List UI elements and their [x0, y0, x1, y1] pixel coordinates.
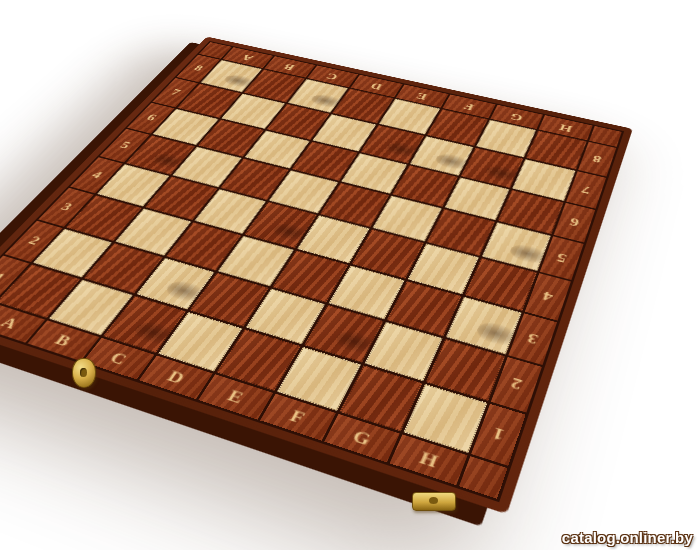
- file-label-top-a-text: A: [240, 53, 256, 63]
- chess-board: ABCDEFGH8♟♜87♞♟♜7665♚♛54♞43♟32♝♚21♛1ABCD…: [0, 37, 633, 515]
- rank-label-right-5: 5: [540, 237, 584, 280]
- rank-label-left-2-text: 2: [24, 234, 43, 249]
- rank-label-right-4-text: 4: [541, 288, 555, 304]
- rank-label-right-4: 4: [525, 273, 571, 320]
- rank-label-right-2-text: 2: [509, 374, 525, 394]
- rank-label-left-5-text: 5: [117, 140, 133, 152]
- photo-scene: ABCDEFGH8♟♜87♞♟♜7665♚♛54♞43♟32♝♚21♛1ABCD…: [0, 0, 698, 550]
- rank-label-right-8-text: 8: [592, 153, 604, 165]
- rank-label-right-1-text: 1: [490, 423, 507, 445]
- file-label-bottom-g: G: [324, 414, 400, 463]
- rank-label-right-6: 6: [554, 203, 596, 243]
- file-label-bottom-d: D: [139, 356, 213, 399]
- rank-label-left-1-text: 1: [0, 270, 9, 286]
- rank-label-right-3-text: 3: [526, 329, 541, 347]
- file-label-top-h-text: H: [558, 122, 574, 134]
- file-label-bottom-f-text: F: [287, 406, 309, 428]
- rank-label-left-4-text: 4: [88, 169, 105, 182]
- board-frame: ABCDEFGH8♟♜87♞♟♜7665♚♛54♞43♟32♝♚21♛1ABCD…: [0, 37, 633, 515]
- brass-clasp-icon: [72, 358, 96, 388]
- file-label-top-b-text: B: [282, 62, 297, 72]
- rank-label-left-6-text: 6: [143, 112, 159, 123]
- file-label-bottom-b-text: B: [51, 331, 75, 350]
- file-label-bottom-a-text: A: [0, 313, 22, 332]
- rank-label-right-7-text: 7: [580, 183, 592, 196]
- file-label-top-e-text: E: [415, 90, 430, 101]
- file-label-bottom-c-text: C: [106, 348, 131, 368]
- brass-hinge-icon: [412, 492, 456, 511]
- file-label-bottom-g-text: G: [350, 426, 375, 450]
- rank-label-left-8-text: 8: [191, 63, 205, 73]
- file-label-bottom-h: H: [390, 435, 468, 486]
- rank-label-right-5-text: 5: [555, 250, 569, 265]
- file-label-top-f-text: F: [462, 101, 476, 112]
- piece-shadow: [484, 163, 525, 185]
- rank-label-left-3-text: 3: [58, 200, 76, 214]
- file-label-top-d-text: D: [369, 81, 385, 92]
- file-label-top-c-text: C: [325, 71, 341, 81]
- board-grid: ABCDEFGH8♟♜87♞♟♜7665♚♛54♞43♟32♝♚21♛1ABCD…: [0, 41, 624, 502]
- file-label-bottom-e-text: E: [224, 386, 247, 407]
- rank-label-right-6-text: 6: [568, 215, 581, 229]
- watermark-text: catalog.onliner.by: [562, 529, 693, 546]
- rank-label-left-7-text: 7: [168, 87, 183, 97]
- file-label-top-g-text: G: [509, 111, 525, 123]
- file-label-bottom-h-text: H: [417, 447, 441, 472]
- file-label-bottom-d-text: D: [164, 367, 188, 388]
